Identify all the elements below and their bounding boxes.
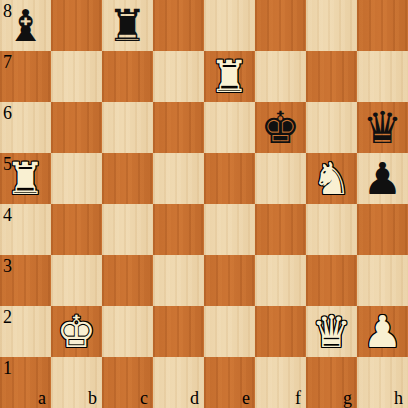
square-c6[interactable] [102, 102, 153, 153]
square-e2[interactable] [204, 306, 255, 357]
piece-white-rook[interactable]: ♜ [0, 153, 51, 204]
square-d8[interactable] [153, 0, 204, 51]
square-f5[interactable] [255, 153, 306, 204]
square-h6[interactable]: ♛ [357, 102, 408, 153]
square-f6[interactable]: ♚ [255, 102, 306, 153]
square-a8[interactable]: 8♝ [0, 0, 51, 51]
square-h3[interactable] [357, 255, 408, 306]
square-g7[interactable] [306, 51, 357, 102]
square-d4[interactable] [153, 204, 204, 255]
square-b6[interactable] [51, 102, 102, 153]
rank-label-1: 1 [3, 359, 12, 377]
file-label-h: h [394, 389, 403, 407]
square-e8[interactable] [204, 0, 255, 51]
square-c3[interactable] [102, 255, 153, 306]
piece-black-bishop[interactable]: ♝ [0, 0, 51, 51]
square-c1[interactable]: c [102, 357, 153, 408]
square-c2[interactable] [102, 306, 153, 357]
square-f3[interactable] [255, 255, 306, 306]
square-e6[interactable] [204, 102, 255, 153]
square-e4[interactable] [204, 204, 255, 255]
square-a5[interactable]: 5♜ [0, 153, 51, 204]
rank-label-7: 7 [3, 53, 12, 71]
square-d3[interactable] [153, 255, 204, 306]
square-f4[interactable] [255, 204, 306, 255]
square-h5[interactable]: ♟ [357, 153, 408, 204]
square-d5[interactable] [153, 153, 204, 204]
rank-label-6: 6 [3, 104, 12, 122]
square-g5[interactable]: ♞ [306, 153, 357, 204]
rank-label-3: 3 [3, 257, 12, 275]
square-f1[interactable]: f [255, 357, 306, 408]
square-d6[interactable] [153, 102, 204, 153]
piece-white-knight[interactable]: ♞ [306, 153, 357, 204]
square-h8[interactable] [357, 0, 408, 51]
file-label-d: d [190, 389, 199, 407]
square-b2[interactable]: ♚ [51, 306, 102, 357]
square-g1[interactable]: g [306, 357, 357, 408]
square-e1[interactable]: e [204, 357, 255, 408]
square-d1[interactable]: d [153, 357, 204, 408]
square-a6[interactable]: 6 [0, 102, 51, 153]
square-h4[interactable] [357, 204, 408, 255]
piece-black-rook[interactable]: ♜ [102, 0, 153, 51]
piece-white-king[interactable]: ♚ [51, 306, 102, 357]
square-b8[interactable] [51, 0, 102, 51]
square-a2[interactable]: 2 [0, 306, 51, 357]
square-b3[interactable] [51, 255, 102, 306]
square-c5[interactable] [102, 153, 153, 204]
square-f7[interactable] [255, 51, 306, 102]
file-label-b: b [88, 389, 97, 407]
square-a1[interactable]: 1a [0, 357, 51, 408]
rank-label-4: 4 [3, 206, 12, 224]
square-f2[interactable] [255, 306, 306, 357]
square-e3[interactable] [204, 255, 255, 306]
square-b7[interactable] [51, 51, 102, 102]
square-f8[interactable] [255, 0, 306, 51]
file-label-f: f [295, 389, 301, 407]
chess-board: 8♝♜7♜6♚♛5♜♞♟432♚♛♟1abcdefgh [0, 0, 408, 408]
square-g2[interactable]: ♛ [306, 306, 357, 357]
piece-black-king[interactable]: ♚ [255, 102, 306, 153]
square-a3[interactable]: 3 [0, 255, 51, 306]
square-b4[interactable] [51, 204, 102, 255]
file-label-g: g [343, 389, 352, 407]
square-g6[interactable] [306, 102, 357, 153]
square-b5[interactable] [51, 153, 102, 204]
rank-label-2: 2 [3, 308, 12, 326]
square-c4[interactable] [102, 204, 153, 255]
square-a7[interactable]: 7 [0, 51, 51, 102]
piece-white-queen[interactable]: ♛ [306, 306, 357, 357]
file-label-a: a [38, 389, 46, 407]
piece-black-queen[interactable]: ♛ [357, 102, 408, 153]
square-a4[interactable]: 4 [0, 204, 51, 255]
square-g3[interactable] [306, 255, 357, 306]
square-e7[interactable]: ♜ [204, 51, 255, 102]
square-c7[interactable] [102, 51, 153, 102]
square-h1[interactable]: h [357, 357, 408, 408]
file-label-c: c [140, 389, 148, 407]
piece-black-pawn[interactable]: ♟ [357, 153, 408, 204]
square-h2[interactable]: ♟ [357, 306, 408, 357]
square-d2[interactable] [153, 306, 204, 357]
piece-white-pawn[interactable]: ♟ [357, 306, 408, 357]
square-c8[interactable]: ♜ [102, 0, 153, 51]
square-g4[interactable] [306, 204, 357, 255]
file-label-e: e [242, 389, 250, 407]
square-h7[interactable] [357, 51, 408, 102]
square-b1[interactable]: b [51, 357, 102, 408]
square-d7[interactable] [153, 51, 204, 102]
square-g8[interactable] [306, 0, 357, 51]
square-e5[interactable] [204, 153, 255, 204]
piece-white-rook[interactable]: ♜ [204, 51, 255, 102]
